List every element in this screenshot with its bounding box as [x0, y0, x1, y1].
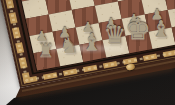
piece-white-b-f1[interactable]: ♝	[150, 16, 171, 39]
piece-white-q-d1[interactable]: ♛	[103, 22, 126, 48]
piece-white-r-a1[interactable]: ♜	[37, 42, 54, 61]
chess-set-photo: ♜♞♝♛♚♝♞♜♟♟♟♟♟♟♟♟	[0, 0, 175, 105]
piece-white-b-c1[interactable]: ♝	[81, 29, 102, 52]
piece-white-k-e1[interactable]: ♚	[125, 15, 151, 44]
piece-white-n-g1[interactable]: ♞	[174, 14, 175, 35]
piece-white-n-b1[interactable]: ♞	[59, 35, 78, 56]
